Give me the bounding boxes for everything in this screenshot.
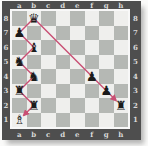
file-label-g: g — [99, 129, 114, 140]
rank-labels-left: 87654321 — [2, 11, 10, 127]
file-label-a: a — [12, 129, 27, 140]
rank-label-7: 7 — [130, 26, 141, 41]
rank-label-4: 4 — [2, 69, 10, 84]
board-inner: ♛♟♝♞♞♟♜♟♜♜♗ — [10, 9, 130, 129]
diagram-page: abcdefgh 87654321 87654321 abcdefgh ♛♟♝♞… — [0, 0, 148, 146]
black-knight-b4: ♞ — [28, 70, 40, 83]
rank-label-5: 5 — [130, 55, 141, 70]
file-label-a: a — [12, 1, 27, 9]
file-label-h: h — [114, 1, 129, 9]
file-label-h: h — [114, 129, 129, 140]
file-labels-bottom: abcdefgh — [12, 129, 128, 140]
black-bishop-b6: ♝ — [28, 41, 40, 54]
rank-label-3: 3 — [130, 84, 141, 99]
black-queen-b8: ♛ — [28, 12, 40, 25]
file-label-e: e — [70, 1, 85, 9]
pieces-layer: ♛♟♝♞♞♟♜♟♜♜♗ — [12, 11, 128, 127]
file-labels-top: abcdefgh — [12, 1, 128, 9]
rank-label-2: 2 — [130, 98, 141, 113]
file-label-b: b — [27, 1, 42, 9]
file-label-d: d — [56, 1, 71, 9]
rank-label-5: 5 — [2, 55, 10, 70]
rank-labels-right: 87654321 — [130, 11, 141, 127]
rank-label-7: 7 — [2, 26, 10, 41]
rank-label-3: 3 — [2, 84, 10, 99]
rank-label-4: 4 — [130, 69, 141, 84]
rank-label-2: 2 — [2, 98, 10, 113]
rank-label-1: 1 — [130, 113, 141, 128]
black-rook-b2: ♜ — [28, 99, 40, 112]
file-label-d: d — [56, 129, 71, 140]
black-knight-a5: ♞ — [13, 55, 25, 68]
white-bishop-a1: ♗ — [13, 113, 25, 126]
file-label-g: g — [99, 1, 114, 9]
rank-label-6: 6 — [2, 40, 10, 55]
file-label-f: f — [85, 129, 100, 140]
file-label-f: f — [85, 1, 100, 9]
black-pawn-g3: ♟ — [100, 84, 112, 97]
black-rook-h2: ♜ — [115, 99, 127, 112]
black-rook-a3: ♜ — [13, 84, 25, 97]
rank-label-6: 6 — [130, 40, 141, 55]
file-label-b: b — [27, 129, 42, 140]
rank-label-8: 8 — [130, 11, 141, 26]
black-pawn-f4: ♟ — [86, 70, 98, 83]
board-frame: abcdefgh 87654321 87654321 abcdefgh ♛♟♝♞… — [2, 1, 141, 140]
rank-label-8: 8 — [2, 11, 10, 26]
file-label-e: e — [70, 129, 85, 140]
black-pawn-a7: ♟ — [13, 26, 25, 39]
file-label-c: c — [41, 1, 56, 9]
rank-label-1: 1 — [2, 113, 10, 128]
file-label-c: c — [41, 129, 56, 140]
